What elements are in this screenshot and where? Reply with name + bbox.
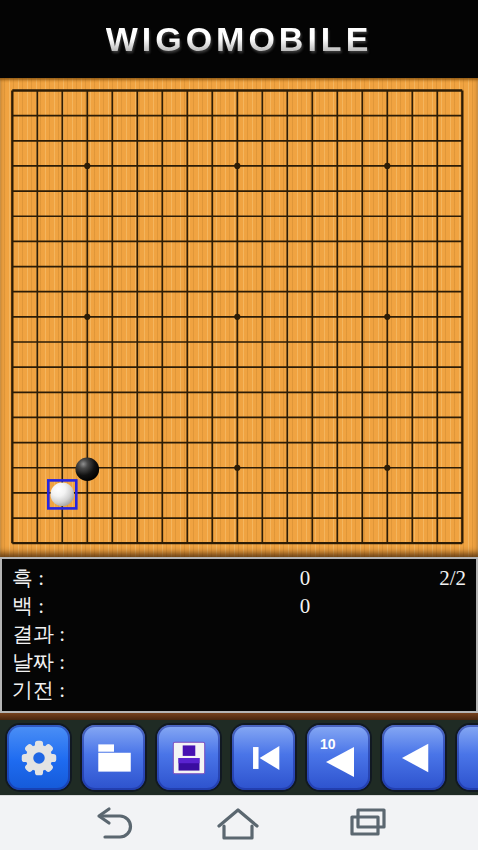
black-captures: 0 [285, 564, 325, 592]
open-file-button[interactable] [82, 725, 145, 790]
date-label: 날짜 : [12, 650, 65, 674]
black-label: 흑 : [12, 566, 44, 590]
panel-bottom-strip [0, 713, 478, 720]
back-10-icon: 10 [313, 732, 365, 784]
save-button[interactable] [157, 725, 220, 790]
recents-icon [344, 806, 392, 840]
next-icon [466, 735, 478, 781]
go-board[interactable] [0, 78, 478, 557]
info-row-white: 백 : 0 [2, 592, 476, 620]
toolbar: 10 [0, 720, 478, 795]
info-row-black: 흑 : 0 2/2 [2, 564, 476, 592]
black-stone-D4 [76, 457, 100, 481]
white-label: 백 : [12, 594, 44, 618]
nav-back-button[interactable] [87, 802, 135, 844]
go-to-start-button[interactable] [232, 725, 295, 790]
info-row-event: 기전 : [2, 676, 476, 704]
white-stone-C3 [51, 483, 75, 507]
android-nav-bar [0, 795, 478, 850]
go-board-canvas[interactable] [0, 78, 478, 557]
gear-icon [16, 735, 62, 781]
title-bar: WIGOMOBILE [0, 0, 478, 78]
info-row-date: 날짜 : [2, 648, 476, 676]
nav-home-button[interactable] [214, 802, 262, 844]
previous-icon [391, 735, 437, 781]
back-10-button[interactable]: 10 [307, 725, 370, 790]
settings-button[interactable] [7, 725, 70, 790]
game-info-panel: 흑 : 0 2/2 백 : 0 결과 : 날짜 : 기전 : [0, 557, 478, 713]
app-title: WIGOMOBILE [106, 20, 373, 59]
skip-to-start-icon [241, 735, 287, 781]
info-row-result: 결과 : [2, 620, 476, 648]
stones [48, 457, 99, 508]
forward-1-button[interactable] [457, 725, 478, 790]
save-icon [167, 736, 211, 780]
event-label: 기전 : [12, 678, 65, 702]
back-1-button[interactable] [382, 725, 445, 790]
result-label: 결과 : [12, 622, 65, 646]
move-counter: 2/2 [439, 564, 466, 592]
back-icon [87, 806, 135, 840]
nav-recents-button[interactable] [344, 802, 392, 844]
white-captures: 0 [285, 592, 325, 620]
app-screen: WIGOMOBILE [0, 0, 478, 850]
folder-icon [92, 736, 136, 780]
back-10-badge: 10 [320, 736, 336, 752]
home-icon [214, 806, 262, 840]
